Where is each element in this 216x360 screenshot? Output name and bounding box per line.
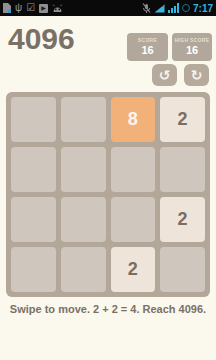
empty-cell-r1c1	[11, 97, 56, 142]
clock-text: 7:17	[193, 3, 213, 14]
empty-cell-r3c2	[61, 197, 106, 242]
sd-card-icon	[3, 3, 11, 13]
score-value: 16	[127, 44, 168, 56]
usb-icon: ψ	[15, 3, 22, 13]
empty-cell-r4c1	[11, 247, 56, 292]
instructions-text: Swipe to move. 2 + 2 = 4. Reach 4096.	[0, 303, 216, 315]
mic-muted-icon	[142, 3, 151, 14]
robot-head-icon	[52, 4, 63, 13]
tile-2-r1c4: 2	[160, 97, 205, 142]
sync-badge-icon	[8, 9, 13, 14]
score-box: SCORE 16	[127, 33, 168, 61]
empty-cell-r4c2	[61, 247, 106, 292]
tile-2-r3c4: 2	[160, 197, 205, 242]
empty-cell-r3c1	[11, 197, 56, 242]
game-board[interactable]: 8222	[6, 92, 210, 297]
high-score-box: HIGH SCORE 16	[172, 33, 212, 61]
android-status-bar: ψ ☑ ▶ 7:17	[0, 0, 216, 16]
restart-icon: ↻	[191, 67, 203, 83]
battery-circle-icon	[182, 4, 190, 12]
undo-icon: ↺	[159, 67, 171, 83]
empty-cell-r2c2	[61, 147, 106, 192]
phone-screen: ψ ☑ ▶ 7:17	[0, 0, 216, 360]
tile-2-r4c3: 2	[111, 247, 156, 292]
page-title: 4096	[8, 22, 75, 56]
task-check-icon: ☑	[26, 3, 35, 13]
empty-cell-r2c4	[160, 147, 205, 192]
empty-cell-r4c4	[160, 247, 205, 292]
signal-bars-icon	[168, 3, 179, 13]
undo-button[interactable]: ↺	[152, 64, 177, 86]
high-score-label: HIGH SCORE	[172, 37, 212, 43]
score-label: SCORE	[127, 37, 168, 43]
empty-cell-r2c3	[111, 147, 156, 192]
play-store-icon: ▶	[39, 4, 48, 13]
restart-button[interactable]: ↻	[184, 64, 209, 86]
tile-8-r1c3: 8	[111, 97, 156, 142]
status-bar-left-icons: ψ ☑ ▶	[3, 3, 63, 13]
empty-cell-r1c2	[61, 97, 106, 142]
status-bar-right-icons: 7:17	[142, 3, 213, 14]
empty-cell-r3c3	[111, 197, 156, 242]
wifi-icon	[154, 4, 165, 13]
high-score-value: 16	[172, 44, 212, 56]
empty-cell-r2c1	[11, 147, 56, 192]
